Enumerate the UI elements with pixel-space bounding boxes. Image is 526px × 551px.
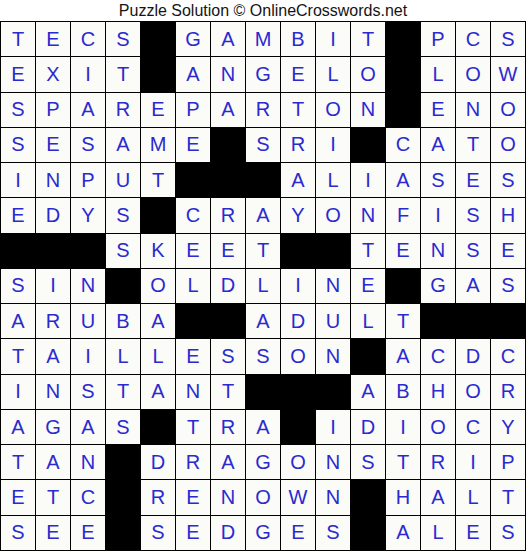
letter-square: A [71,410,105,444]
letter-square: G [246,445,280,479]
letter-square: E [1,198,35,232]
letter-square: S [246,128,280,162]
letter-square: Y [491,410,525,444]
letter-square: E [36,128,70,162]
letter-square: I [316,128,350,162]
letter-square: R [106,93,140,127]
letter-square: O [351,57,385,91]
letter-square: N [176,375,210,409]
letter-square: C [71,22,105,56]
black-square [386,22,420,56]
letter-square: C [491,339,525,373]
black-square [141,57,175,91]
letter-square: I [456,445,490,479]
black-square [281,234,315,268]
letter-square: S [106,410,140,444]
letter-square: S [71,375,105,409]
letter-square: L [421,57,455,91]
letter-square: A [71,93,105,127]
black-square [386,93,420,127]
letter-square: N [211,480,245,514]
black-square [421,304,455,338]
letter-square: A [141,304,175,338]
letter-square: T [351,234,385,268]
letter-square: E [36,516,70,550]
letter-square: N [456,93,490,127]
letter-square: A [246,410,280,444]
letter-square: A [106,128,140,162]
letter-square: T [106,57,140,91]
black-square [141,410,175,444]
black-square [351,128,385,162]
letter-square: F [386,198,420,232]
letter-square: L [176,269,210,303]
letter-square: N [71,445,105,479]
letter-square: E [421,93,455,127]
letter-square: S [71,128,105,162]
letter-square: A [141,375,175,409]
letter-square: N [316,480,350,514]
letter-square: N [36,163,70,197]
letter-square: A [1,410,35,444]
black-square [211,128,245,162]
letter-square: L [421,516,455,550]
letter-square: T [281,93,315,127]
letter-square: S [1,93,35,127]
letter-square: O [456,375,490,409]
letter-square: S [106,198,140,232]
black-square [106,445,140,479]
letter-square: O [421,410,455,444]
black-square [106,269,140,303]
letter-square: S [491,22,525,56]
letter-square: S [421,163,455,197]
letter-square: I [281,269,315,303]
black-square [211,304,245,338]
letter-square: A [386,339,420,373]
letter-square: P [176,93,210,127]
letter-square: I [316,410,350,444]
letter-square: I [1,375,35,409]
letter-square: H [386,480,420,514]
letter-square: T [106,375,140,409]
letter-square: E [211,234,245,268]
letter-square: A [421,128,455,162]
letter-square: A [386,163,420,197]
letter-square: L [141,339,175,373]
letter-square: E [176,128,210,162]
letter-square: G [246,516,280,550]
letter-square: H [421,375,455,409]
letter-square: D [281,304,315,338]
letter-square: O [491,128,525,162]
letter-square: O [281,339,315,373]
black-square [491,304,525,338]
letter-square: N [71,269,105,303]
letter-square: A [351,375,385,409]
letter-square: A [36,445,70,479]
letter-square: N [316,339,350,373]
letter-square: L [316,163,350,197]
letter-square: M [141,128,175,162]
letter-square: E [456,516,490,550]
letter-square: D [211,516,245,550]
letter-square: K [141,234,175,268]
letter-square: S [491,516,525,550]
letter-square: A [246,304,280,338]
letter-square: R [176,445,210,479]
black-square [106,480,140,514]
letter-square: S [1,516,35,550]
letter-square: N [316,269,350,303]
letter-square: E [176,339,210,373]
letter-square: U [316,304,350,338]
letter-square: W [491,57,525,91]
letter-square: C [71,480,105,514]
letter-square: D [36,198,70,232]
letter-square: S [491,163,525,197]
letter-square: I [1,163,35,197]
letter-square: I [71,339,105,373]
black-square [71,234,105,268]
letter-square: M [246,22,280,56]
page-title: Puzzle Solution © OnlineCrosswords.net [0,0,526,21]
black-square [281,375,315,409]
letter-square: A [211,445,245,479]
letter-square: B [281,22,315,56]
letter-square: N [316,445,350,479]
black-square [386,269,420,303]
letter-square: L [106,339,140,373]
letter-square: E [386,234,420,268]
letter-square: I [351,163,385,197]
letter-square: S [1,269,35,303]
letter-square: A [421,480,455,514]
letter-square: C [176,198,210,232]
letter-square: E [176,480,210,514]
letter-square: N [351,198,385,232]
letter-square: O [316,93,350,127]
letter-square: R [211,410,245,444]
letter-square: C [456,22,490,56]
letter-square: O [456,57,490,91]
letter-square: N [211,57,245,91]
black-square [246,375,280,409]
letter-square: P [71,163,105,197]
letter-square: A [211,22,245,56]
letter-square: E [36,22,70,56]
letter-square: B [386,375,420,409]
letter-square: A [246,198,280,232]
letter-square: O [246,480,280,514]
letter-square: T [491,480,525,514]
puzzle-solution-page: Puzzle Solution © OnlineCrosswords.net T… [0,0,526,551]
letter-square: A [36,339,70,373]
letter-square: T [246,234,280,268]
letter-square: H [491,198,525,232]
letter-square: A [1,304,35,338]
letter-square: C [421,339,455,373]
letter-square: T [456,128,490,162]
letter-square: E [176,516,210,550]
black-square [176,163,210,197]
letter-square: U [71,304,105,338]
letter-square: L [316,57,350,91]
letter-square: L [351,304,385,338]
letter-square: Y [281,198,315,232]
letter-square: N [351,93,385,127]
letter-square: S [456,198,490,232]
letter-square: A [211,93,245,127]
letter-square: G [246,57,280,91]
letter-square: C [386,128,420,162]
letter-square: E [281,57,315,91]
letter-square: T [141,163,175,197]
black-square [36,234,70,268]
letter-square: E [176,234,210,268]
black-square [351,516,385,550]
letter-square: R [246,93,280,127]
letter-square: A [386,516,420,550]
letter-square: X [36,57,70,91]
black-square [141,22,175,56]
letter-square: S [351,445,385,479]
letter-square: E [71,516,105,550]
letter-square: R [281,128,315,162]
letter-square: S [106,22,140,56]
letter-square: E [141,93,175,127]
black-square [456,304,490,338]
letter-square: O [141,269,175,303]
letter-square: G [421,269,455,303]
letter-square: T [36,480,70,514]
black-square [316,234,350,268]
letter-square: S [246,339,280,373]
letter-square: P [36,93,70,127]
letter-square: D [211,269,245,303]
letter-square: I [316,22,350,56]
black-square [351,339,385,373]
letter-square: P [421,22,455,56]
letter-square: R [36,304,70,338]
black-square [316,375,350,409]
letter-square: C [456,410,490,444]
letter-square: A [176,57,210,91]
letter-square: A [281,163,315,197]
black-square [176,304,210,338]
letter-square: A [456,269,490,303]
letter-square: I [386,410,420,444]
letter-square: I [36,269,70,303]
letter-square: S [141,516,175,550]
black-square [246,163,280,197]
black-square [141,198,175,232]
letter-square: T [211,375,245,409]
letter-square: T [176,410,210,444]
letter-square: T [1,445,35,479]
letter-square: S [211,339,245,373]
letter-square: T [1,339,35,373]
letter-square: E [281,516,315,550]
letter-square: S [1,128,35,162]
letter-square: D [456,339,490,373]
letter-square: O [281,445,315,479]
letter-square: D [141,445,175,479]
crossword-grid: TECSGAMBITPCSEXITANGELOLOWSPAREPARTONENO… [0,21,526,551]
letter-square: G [36,410,70,444]
letter-square: Y [71,198,105,232]
letter-square: E [1,57,35,91]
letter-square: W [281,480,315,514]
letter-square: E [456,163,490,197]
letter-square: E [491,234,525,268]
letter-square: S [456,234,490,268]
letter-square: T [1,22,35,56]
letter-square: L [456,480,490,514]
letter-square: L [246,269,280,303]
letter-square: N [421,234,455,268]
black-square [106,516,140,550]
letter-square: S [106,234,140,268]
letter-square: P [491,445,525,479]
letter-square: B [106,304,140,338]
letter-square: U [106,163,140,197]
letter-square: E [351,269,385,303]
letter-square: R [421,445,455,479]
black-square [281,410,315,444]
black-square [1,234,35,268]
letter-square: T [351,22,385,56]
letter-square: S [491,269,525,303]
letter-square: R [211,198,245,232]
letter-square: I [421,198,455,232]
letter-square: E [1,480,35,514]
black-square [386,57,420,91]
letter-square: O [316,198,350,232]
black-square [211,163,245,197]
letter-square: R [491,375,525,409]
letter-square: R [141,480,175,514]
letter-square: T [386,304,420,338]
letter-square: N [36,375,70,409]
letter-square: S [316,516,350,550]
letter-square: G [176,22,210,56]
letter-square: I [71,57,105,91]
letter-square: O [491,93,525,127]
black-square [351,480,385,514]
letter-square: T [386,445,420,479]
letter-square: D [351,410,385,444]
